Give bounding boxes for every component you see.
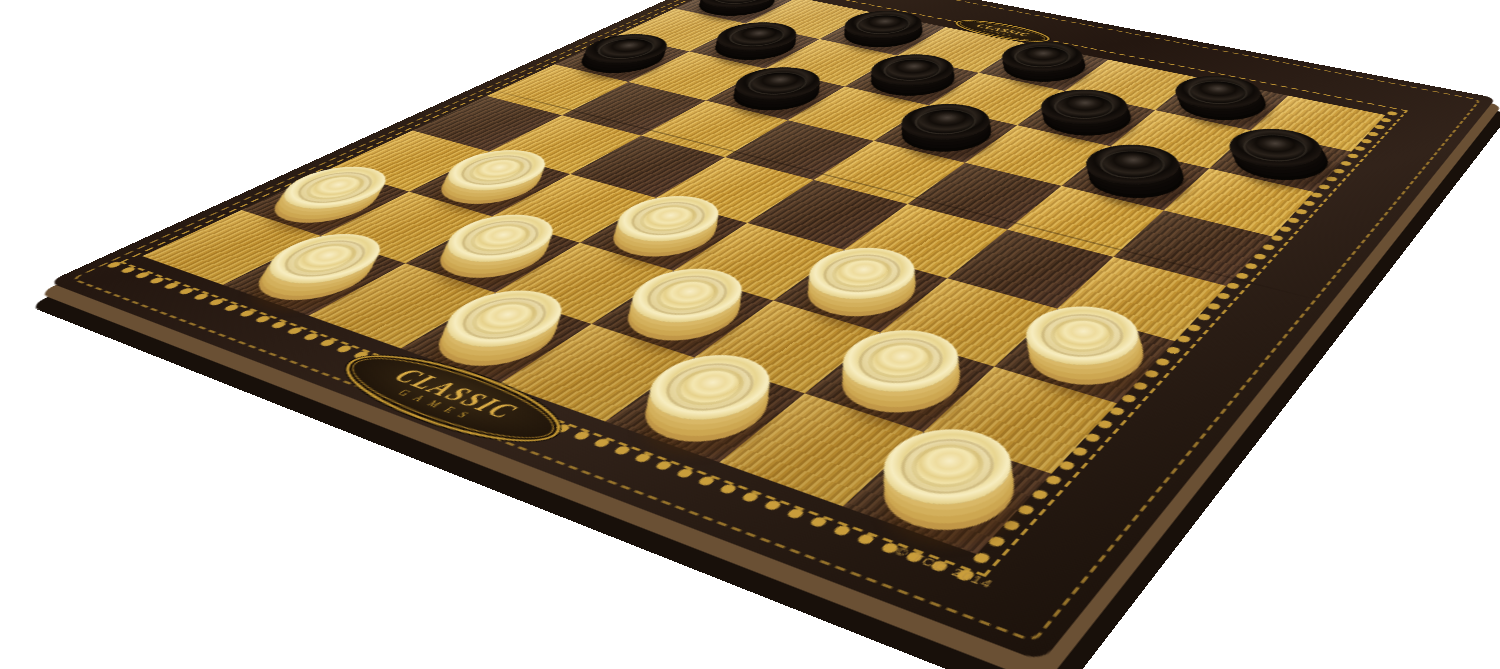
checker-top-face xyxy=(788,239,935,309)
checkers-board: CLASSIC GAMES CLASSIC GAMES © TCG 2014 xyxy=(48,0,1496,662)
checker-top-face xyxy=(1025,84,1142,131)
checker-top-face xyxy=(568,29,683,69)
ivory-checker-r7c1[interactable] xyxy=(253,172,398,231)
checker-top-face xyxy=(428,143,565,198)
black-checker-r2c6[interactable] xyxy=(1027,94,1145,142)
checker-top-face xyxy=(609,260,763,333)
ivory-checker-r7c3[interactable] xyxy=(418,221,569,287)
checker-top-face xyxy=(597,189,739,251)
checker-top-face xyxy=(859,417,1035,519)
checker-top-face xyxy=(1215,122,1335,174)
ivory-checker-r6c2[interactable] xyxy=(421,155,560,211)
checker-top-face xyxy=(855,49,969,91)
checker-top-face xyxy=(247,226,402,293)
checker-top-face xyxy=(625,344,794,432)
black-checker-r3c3[interactable] xyxy=(716,71,836,116)
product-photo-scene: CLASSIC GAMES CLASSIC GAMES © TCG 2014 xyxy=(0,0,1500,669)
black-checker-r2c8[interactable] xyxy=(1220,134,1341,188)
ivory-checker-r7c5[interactable] xyxy=(605,275,762,351)
checker-top-face xyxy=(1005,297,1157,377)
black-checker-r1c1[interactable] xyxy=(684,0,790,21)
black-checker-r2c2[interactable] xyxy=(699,26,811,65)
ivory-checker-r6c6[interactable] xyxy=(786,254,936,326)
black-checker-r3c7[interactable] xyxy=(1072,150,1199,206)
checker-top-face xyxy=(425,207,573,271)
checker-top-face xyxy=(884,98,1005,147)
black-checker-r2c4[interactable] xyxy=(855,58,970,101)
checker-top-face xyxy=(820,320,980,404)
ivory-checker-r6c4[interactable] xyxy=(592,202,736,266)
black-checker-r3c5[interactable] xyxy=(884,109,1007,159)
ivory-checker-r7c7[interactable] xyxy=(819,338,982,425)
checker-top-face xyxy=(686,0,790,12)
checker-top-face xyxy=(701,18,812,56)
checker-top-face xyxy=(423,281,585,358)
checker-top-face xyxy=(1069,138,1194,192)
checker-top-face xyxy=(718,62,836,106)
black-checker-r1c3[interactable] xyxy=(829,14,937,52)
